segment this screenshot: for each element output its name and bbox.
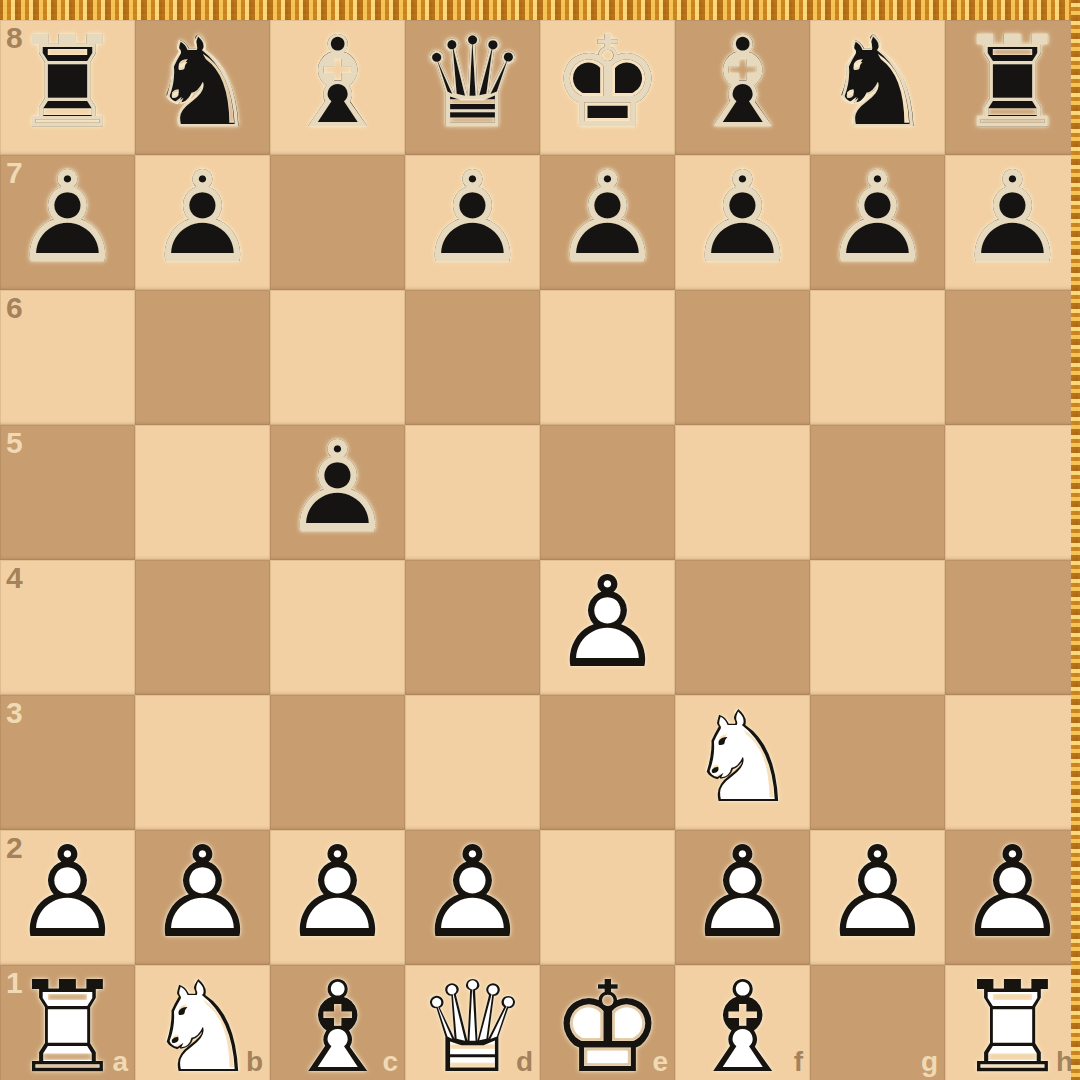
piece-white-king[interactable]: ♚♔ <box>540 965 675 1080</box>
pawn-glyph-outline: ♙ <box>810 829 945 955</box>
piece-white-pawn[interactable]: ♟♙ <box>540 560 675 695</box>
bishop-glyph-fill: ♝ <box>675 964 810 1080</box>
pawn-glyph-outline: ♙ <box>540 559 675 685</box>
square-e4[interactable]: ♟♙ <box>540 560 675 695</box>
pawn-glyph-fill: ♟ <box>270 424 405 550</box>
bishop-glyph-outline: ♗ <box>675 964 810 1080</box>
square-e1[interactable]: e♚♔ <box>540 965 675 1080</box>
pawn-glyph-outline: ♙ <box>675 829 810 955</box>
knight-glyph-fill: ♞ <box>135 964 270 1080</box>
queen-glyph-outline: ♕ <box>405 19 540 145</box>
queen-glyph-outline: ♕ <box>405 964 540 1080</box>
piece-white-rook[interactable]: ♜♖ <box>0 965 135 1080</box>
piece-white-pawn[interactable]: ♟♙ <box>0 830 135 965</box>
rook-glyph-outline: ♖ <box>945 964 1080 1080</box>
piece-black-pawn[interactable]: ♟♙ <box>270 425 405 560</box>
knight-glyph-outline: ♘ <box>675 694 810 820</box>
square-d4[interactable] <box>405 560 540 695</box>
rank-label-4: 4 <box>6 561 23 595</box>
square-e7[interactable]: ♟♙ <box>540 155 675 290</box>
square-d2[interactable]: ♟♙ <box>405 830 540 965</box>
square-d6[interactable] <box>405 290 540 425</box>
square-b3[interactable] <box>135 695 270 830</box>
square-f8[interactable]: ♝♗ <box>675 20 810 155</box>
square-c3[interactable] <box>270 695 405 830</box>
chess-app-viewport: 8♜♖♞♘♝♗♛♕♚♔♝♗♞♘♜♖7♟♙♟♙♟♙♟♙♟♙♟♙♟♙65♟♙4♟♙3… <box>0 0 1080 1080</box>
square-c4[interactable] <box>270 560 405 695</box>
square-h1[interactable]: h♜♖ <box>945 965 1080 1080</box>
pawn-glyph-outline: ♙ <box>405 829 540 955</box>
king-glyph-outline: ♔ <box>540 19 675 145</box>
pawn-glyph-fill: ♟ <box>540 559 675 685</box>
bishop-glyph-outline: ♗ <box>270 964 405 1080</box>
pawn-glyph-fill: ♟ <box>675 154 810 280</box>
rank-label-5: 5 <box>6 426 23 460</box>
pawn-glyph-fill: ♟ <box>405 154 540 280</box>
square-f2[interactable]: ♟♙ <box>675 830 810 965</box>
pawn-glyph-fill: ♟ <box>810 829 945 955</box>
piece-white-knight[interactable]: ♞♘ <box>135 965 270 1080</box>
square-a8[interactable]: 8♜♖ <box>0 20 135 155</box>
square-d3[interactable] <box>405 695 540 830</box>
king-glyph-fill: ♚ <box>540 964 675 1080</box>
rook-glyph-fill: ♜ <box>945 19 1080 145</box>
pawn-glyph-fill: ♟ <box>135 829 270 955</box>
square-f1[interactable]: f♝♗ <box>675 965 810 1080</box>
file-label-g: g <box>921 1046 938 1078</box>
rook-glyph-outline: ♖ <box>0 19 135 145</box>
square-a5[interactable]: 5 <box>0 425 135 560</box>
pawn-glyph-fill: ♟ <box>0 154 135 280</box>
rank-label-6: 6 <box>6 291 23 325</box>
square-d7[interactable]: ♟♙ <box>405 155 540 290</box>
square-e8[interactable]: ♚♔ <box>540 20 675 155</box>
piece-black-knight[interactable]: ♞♘ <box>810 20 945 155</box>
square-b7[interactable]: ♟♙ <box>135 155 270 290</box>
rook-glyph-outline: ♖ <box>0 964 135 1080</box>
piece-black-knight[interactable]: ♞♘ <box>135 20 270 155</box>
pawn-glyph-fill: ♟ <box>675 829 810 955</box>
piece-black-queen[interactable]: ♛♕ <box>405 20 540 155</box>
square-g7[interactable]: ♟♙ <box>810 155 945 290</box>
piece-white-pawn[interactable]: ♟♙ <box>945 830 1080 965</box>
bishop-glyph-outline: ♗ <box>675 19 810 145</box>
piece-black-bishop[interactable]: ♝♗ <box>675 20 810 155</box>
queen-glyph-fill: ♛ <box>405 19 540 145</box>
square-f7[interactable]: ♟♙ <box>675 155 810 290</box>
square-c2[interactable]: ♟♙ <box>270 830 405 965</box>
pawn-glyph-fill: ♟ <box>405 829 540 955</box>
piece-white-bishop[interactable]: ♝♗ <box>675 965 810 1080</box>
square-b6[interactable] <box>135 290 270 425</box>
pawn-glyph-outline: ♙ <box>270 829 405 955</box>
rook-glyph-fill: ♜ <box>0 964 135 1080</box>
bishop-glyph-fill: ♝ <box>270 19 405 145</box>
square-g4[interactable] <box>810 560 945 695</box>
square-g5[interactable] <box>810 425 945 560</box>
piece-black-rook[interactable]: ♜♖ <box>0 20 135 155</box>
piece-black-pawn[interactable]: ♟♙ <box>945 155 1080 290</box>
square-h4[interactable] <box>945 560 1080 695</box>
bishop-glyph-fill: ♝ <box>675 19 810 145</box>
king-glyph-outline: ♔ <box>540 964 675 1080</box>
piece-white-pawn[interactable]: ♟♙ <box>270 830 405 965</box>
square-d1[interactable]: d♛♕ <box>405 965 540 1080</box>
piece-black-pawn[interactable]: ♟♙ <box>0 155 135 290</box>
square-d8[interactable]: ♛♕ <box>405 20 540 155</box>
square-b5[interactable] <box>135 425 270 560</box>
pawn-glyph-fill: ♟ <box>135 154 270 280</box>
rook-glyph-outline: ♖ <box>945 19 1080 145</box>
piece-white-rook[interactable]: ♜♖ <box>945 965 1080 1080</box>
square-f3[interactable]: ♞♘ <box>675 695 810 830</box>
square-c7[interactable] <box>270 155 405 290</box>
gold-fabric-border-right <box>1071 0 1080 1080</box>
square-h8[interactable]: ♜♖ <box>945 20 1080 155</box>
chess-board: 8♜♖♞♘♝♗♛♕♚♔♝♗♞♘♜♖7♟♙♟♙♟♙♟♙♟♙♟♙♟♙65♟♙4♟♙3… <box>0 20 1080 1080</box>
knight-glyph-fill: ♞ <box>135 19 270 145</box>
rook-glyph-fill: ♜ <box>945 964 1080 1080</box>
square-g1[interactable]: g <box>810 965 945 1080</box>
square-g8[interactable]: ♞♘ <box>810 20 945 155</box>
square-g6[interactable] <box>810 290 945 425</box>
square-h6[interactable] <box>945 290 1080 425</box>
square-h2[interactable]: ♟♙ <box>945 830 1080 965</box>
square-e2[interactable] <box>540 830 675 965</box>
piece-white-pawn[interactable]: ♟♙ <box>135 830 270 965</box>
piece-white-queen[interactable]: ♛♕ <box>405 965 540 1080</box>
pawn-glyph-fill: ♟ <box>540 154 675 280</box>
king-glyph-fill: ♚ <box>540 19 675 145</box>
square-b4[interactable] <box>135 560 270 695</box>
knight-glyph-outline: ♘ <box>810 19 945 145</box>
bishop-glyph-fill: ♝ <box>270 964 405 1080</box>
rank-label-3: 3 <box>6 696 23 730</box>
piece-white-pawn[interactable]: ♟♙ <box>405 830 540 965</box>
piece-black-rook[interactable]: ♜♖ <box>945 20 1080 155</box>
piece-black-king[interactable]: ♚♔ <box>540 20 675 155</box>
piece-white-knight[interactable]: ♞♘ <box>675 695 810 830</box>
square-a7[interactable]: 7♟♙ <box>0 155 135 290</box>
square-h7[interactable]: ♟♙ <box>945 155 1080 290</box>
pawn-glyph-outline: ♙ <box>405 154 540 280</box>
square-a6[interactable]: 6 <box>0 290 135 425</box>
bishop-glyph-outline: ♗ <box>270 19 405 145</box>
pawn-glyph-outline: ♙ <box>540 154 675 280</box>
piece-black-pawn[interactable]: ♟♙ <box>540 155 675 290</box>
square-e3[interactable] <box>540 695 675 830</box>
pawn-glyph-outline: ♙ <box>0 154 135 280</box>
square-g2[interactable]: ♟♙ <box>810 830 945 965</box>
square-f6[interactable] <box>675 290 810 425</box>
square-b2[interactable]: ♟♙ <box>135 830 270 965</box>
square-b1[interactable]: b♞♘ <box>135 965 270 1080</box>
pawn-glyph-fill: ♟ <box>0 829 135 955</box>
square-c8[interactable]: ♝♗ <box>270 20 405 155</box>
square-c6[interactable] <box>270 290 405 425</box>
square-g3[interactable] <box>810 695 945 830</box>
pawn-glyph-fill: ♟ <box>945 154 1080 280</box>
piece-black-pawn[interactable]: ♟♙ <box>810 155 945 290</box>
square-d5[interactable] <box>405 425 540 560</box>
square-a4[interactable]: 4 <box>0 560 135 695</box>
pawn-glyph-fill: ♟ <box>270 829 405 955</box>
piece-black-pawn[interactable]: ♟♙ <box>405 155 540 290</box>
square-a2[interactable]: 2♟♙ <box>0 830 135 965</box>
pawn-glyph-outline: ♙ <box>945 829 1080 955</box>
square-e5[interactable] <box>540 425 675 560</box>
piece-white-pawn[interactable]: ♟♙ <box>810 830 945 965</box>
piece-black-pawn[interactable]: ♟♙ <box>675 155 810 290</box>
square-a1[interactable]: 1a♜♖ <box>0 965 135 1080</box>
piece-white-pawn[interactable]: ♟♙ <box>675 830 810 965</box>
square-c5[interactable]: ♟♙ <box>270 425 405 560</box>
square-f4[interactable] <box>675 560 810 695</box>
pawn-glyph-outline: ♙ <box>675 154 810 280</box>
knight-glyph-fill: ♞ <box>675 694 810 820</box>
pawn-glyph-fill: ♟ <box>945 829 1080 955</box>
piece-black-pawn[interactable]: ♟♙ <box>135 155 270 290</box>
pawn-glyph-outline: ♙ <box>0 829 135 955</box>
pawn-glyph-outline: ♙ <box>135 154 270 280</box>
square-h3[interactable] <box>945 695 1080 830</box>
square-h5[interactable] <box>945 425 1080 560</box>
pawn-glyph-outline: ♙ <box>270 424 405 550</box>
square-f5[interactable] <box>675 425 810 560</box>
pawn-glyph-fill: ♟ <box>810 154 945 280</box>
rook-glyph-fill: ♜ <box>0 19 135 145</box>
knight-glyph-fill: ♞ <box>810 19 945 145</box>
pawn-glyph-outline: ♙ <box>810 154 945 280</box>
square-b8[interactable]: ♞♘ <box>135 20 270 155</box>
gold-fabric-border-top <box>0 0 1080 20</box>
square-a3[interactable]: 3 <box>0 695 135 830</box>
queen-glyph-fill: ♛ <box>405 964 540 1080</box>
pawn-glyph-outline: ♙ <box>945 154 1080 280</box>
knight-glyph-outline: ♘ <box>135 19 270 145</box>
square-c1[interactable]: c♝♗ <box>270 965 405 1080</box>
pawn-glyph-outline: ♙ <box>135 829 270 955</box>
piece-black-bishop[interactable]: ♝♗ <box>270 20 405 155</box>
piece-white-bishop[interactable]: ♝♗ <box>270 965 405 1080</box>
knight-glyph-outline: ♘ <box>135 964 270 1080</box>
square-e6[interactable] <box>540 290 675 425</box>
